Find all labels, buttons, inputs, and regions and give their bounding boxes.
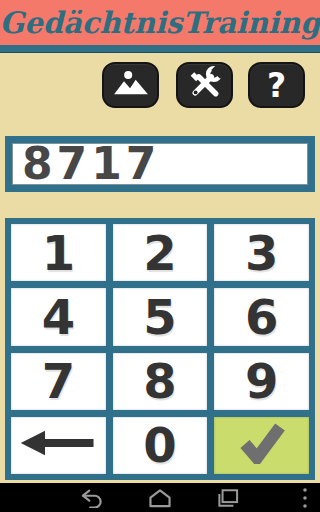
header-divider bbox=[0, 45, 320, 53]
backspace-key[interactable] bbox=[11, 417, 106, 474]
app-screen: GedächtnisTraining ? 8717 bbox=[0, 0, 320, 512]
key-3[interactable]: 3 bbox=[214, 224, 309, 281]
back-icon[interactable] bbox=[76, 483, 108, 512]
help-button[interactable]: ? bbox=[248, 62, 305, 108]
gallery-button[interactable] bbox=[102, 62, 159, 108]
entered-number: 8717 bbox=[13, 143, 160, 185]
checkmark-icon bbox=[236, 422, 288, 468]
tools-icon bbox=[185, 66, 225, 104]
key-6[interactable]: 6 bbox=[214, 288, 309, 345]
android-nav-bar bbox=[0, 483, 320, 512]
picture-icon bbox=[112, 68, 150, 102]
key-0[interactable]: 0 bbox=[113, 417, 208, 474]
key-5[interactable]: 5 bbox=[113, 288, 208, 345]
key-7[interactable]: 7 bbox=[11, 353, 106, 410]
key-8[interactable]: 8 bbox=[113, 353, 208, 410]
recents-icon[interactable] bbox=[212, 483, 244, 512]
key-4[interactable]: 4 bbox=[11, 288, 106, 345]
question-mark-icon: ? bbox=[267, 69, 286, 102]
overflow-menu-icon[interactable] bbox=[296, 483, 314, 512]
keypad: 1 2 3 4 5 6 7 8 9 0 bbox=[5, 218, 315, 480]
number-display[interactable]: 8717 bbox=[5, 136, 315, 192]
number-display-field: 8717 bbox=[12, 143, 308, 185]
key-1[interactable]: 1 bbox=[11, 224, 106, 281]
confirm-key[interactable] bbox=[214, 417, 309, 474]
app-title: GedächtnisTraining bbox=[0, 5, 320, 40]
settings-button[interactable] bbox=[176, 62, 233, 108]
home-icon[interactable] bbox=[144, 483, 176, 512]
app-header: GedächtnisTraining bbox=[0, 0, 320, 45]
backspace-arrow-icon bbox=[19, 428, 97, 462]
key-2[interactable]: 2 bbox=[113, 224, 208, 281]
key-9[interactable]: 9 bbox=[214, 353, 309, 410]
